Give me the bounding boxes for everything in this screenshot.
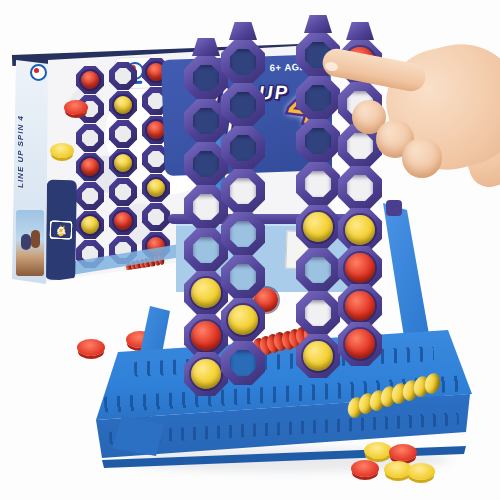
box-side-title: LINE UP SPIN 4 (16, 68, 30, 188)
rail-cap (386, 200, 402, 216)
disc-yellow (191, 359, 221, 389)
product-photo: LINE UP SPIN 4 6+ AGE LINE UP SPIN 4 ⚙☁☺… (0, 0, 500, 500)
empty-ring-hole (305, 128, 331, 154)
spinner-ring (221, 341, 265, 385)
spinner-ring (296, 291, 340, 335)
chain-1-cap (192, 38, 220, 56)
empty-ring-hole (230, 49, 256, 75)
floor-disc-yellow (407, 463, 435, 480)
spinner-ring (221, 298, 265, 342)
spinner-ring (221, 126, 265, 170)
spinner-ring (221, 255, 265, 299)
disc-red (345, 253, 375, 283)
disc-yellow (345, 215, 375, 245)
empty-ring-hole (230, 264, 256, 290)
empty-ring-hole (230, 135, 256, 161)
empty-ring-hole (230, 178, 256, 204)
empty-ring-hole (230, 221, 256, 247)
floor-disc-red (389, 444, 417, 461)
empty-ring-hole (305, 300, 331, 326)
box-art-disc-yellow (114, 96, 132, 114)
spinner-ring (338, 322, 382, 366)
knuckle-3 (402, 138, 442, 178)
disc-yellow (228, 305, 258, 335)
box-side-photo (16, 210, 44, 276)
disc-yellow (191, 278, 221, 308)
box-art-disc-yellow (114, 154, 132, 172)
box-art-disc-red (81, 71, 99, 89)
cycle-icon: ♻ (50, 221, 72, 239)
empty-ring-hole (193, 194, 219, 220)
box-art-disc-red (114, 212, 132, 230)
spinner-ring (221, 212, 265, 256)
spinner-ring (338, 246, 382, 290)
empty-ring-hole (305, 85, 331, 111)
box-art-disc-yellow (81, 216, 99, 234)
box-art-loose-disc-red (64, 100, 88, 115)
disc-red (345, 291, 375, 321)
disc-red (345, 329, 375, 359)
empty-ring-hole (193, 151, 219, 177)
spinner-ring (221, 169, 265, 213)
empty-ring-hole (193, 65, 219, 91)
box-art-loose-disc-yellow (50, 143, 74, 158)
floor-disc-yellow (364, 442, 392, 459)
spinner-ring (296, 119, 340, 163)
spinner-ring (296, 205, 340, 249)
floor-disc-red (77, 339, 105, 356)
empty-ring-hole (305, 257, 331, 283)
spinner-ring (221, 40, 265, 84)
empty-ring-hole (347, 133, 373, 159)
spinner-ring (296, 334, 340, 378)
box-art-disc-red (81, 158, 99, 176)
spinner-ring (296, 162, 340, 206)
disc-red (191, 321, 221, 351)
disc-yellow (303, 341, 333, 371)
empty-ring-hole (230, 92, 256, 118)
spinner-ring (338, 208, 382, 252)
empty-ring-hole (230, 350, 256, 376)
floor-disc-red (351, 460, 379, 477)
disc-yellow (303, 212, 333, 242)
spinner-ring (338, 284, 382, 328)
empty-ring-hole (347, 175, 373, 201)
spinner-ring (296, 248, 340, 292)
empty-ring-hole (193, 237, 219, 263)
deck-slot-row-rear (134, 346, 434, 377)
feature-icon-strip: ⚙☁☺✌♻ (45, 180, 77, 281)
empty-ring-hole (193, 108, 219, 134)
brand-logo-icon (30, 64, 47, 81)
chain-3-cap (304, 15, 332, 33)
spinner-ring (221, 83, 265, 127)
spinner-ring (296, 76, 340, 120)
box-art-disc-yellow (147, 179, 165, 197)
spinner-ring (338, 166, 382, 210)
chain-4-cap (346, 22, 374, 40)
box-side-panel: LINE UP SPIN 4 (12, 58, 49, 284)
chain-2-cap (229, 22, 257, 40)
empty-ring-hole (305, 171, 331, 197)
